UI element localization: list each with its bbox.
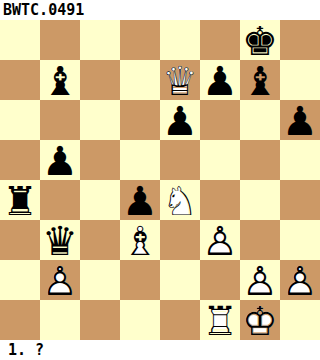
square-d6[interactable] <box>120 100 160 140</box>
piece-white-knight: ♘ <box>160 180 200 220</box>
piece-black-pawn: ♟ <box>280 100 320 140</box>
piece-white-knight-fill: ♞ <box>160 180 200 220</box>
square-a5[interactable] <box>0 140 40 180</box>
square-d7[interactable] <box>120 60 160 100</box>
square-g3[interactable] <box>240 220 280 260</box>
square-b8[interactable] <box>40 20 80 60</box>
square-c1[interactable] <box>80 300 120 340</box>
piece-white-pawn: ♙ <box>200 220 240 260</box>
square-e5[interactable] <box>160 140 200 180</box>
square-c2[interactable] <box>80 260 120 300</box>
piece-black-queen: ♛ <box>40 220 80 260</box>
piece-white-pawn-fill: ♟ <box>40 260 80 300</box>
square-g8[interactable]: ♚ <box>240 20 280 60</box>
piece-white-pawn: ♙ <box>240 260 280 300</box>
piece-white-pawn-fill: ♟ <box>200 220 240 260</box>
puzzle-title: BWTC.0491 <box>0 0 320 20</box>
square-e3[interactable] <box>160 220 200 260</box>
square-g5[interactable] <box>240 140 280 180</box>
piece-white-queen: ♕ <box>160 60 200 100</box>
square-h4[interactable] <box>280 180 320 220</box>
square-a8[interactable] <box>0 20 40 60</box>
piece-black-pawn: ♟ <box>160 100 200 140</box>
square-c4[interactable] <box>80 180 120 220</box>
square-b7[interactable]: ♝ <box>40 60 80 100</box>
square-a6[interactable] <box>0 100 40 140</box>
piece-white-rook-fill: ♜ <box>200 300 240 340</box>
square-f1[interactable]: ♜♖ <box>200 300 240 340</box>
piece-white-pawn-fill: ♟ <box>280 260 320 300</box>
square-f6[interactable] <box>200 100 240 140</box>
square-a7[interactable] <box>0 60 40 100</box>
square-b3[interactable]: ♛ <box>40 220 80 260</box>
square-h5[interactable] <box>280 140 320 180</box>
piece-black-bishop: ♝ <box>40 60 80 100</box>
square-h2[interactable]: ♟♙ <box>280 260 320 300</box>
square-g6[interactable] <box>240 100 280 140</box>
square-g1[interactable]: ♚♔ <box>240 300 280 340</box>
square-b6[interactable] <box>40 100 80 140</box>
piece-white-pawn-fill: ♟ <box>240 260 280 300</box>
square-e7[interactable]: ♛♕ <box>160 60 200 100</box>
square-d3[interactable]: ♝♗ <box>120 220 160 260</box>
piece-black-pawn: ♟ <box>120 180 160 220</box>
square-g2[interactable]: ♟♙ <box>240 260 280 300</box>
square-e2[interactable] <box>160 260 200 300</box>
square-h6[interactable]: ♟ <box>280 100 320 140</box>
square-h8[interactable] <box>280 20 320 60</box>
square-f4[interactable] <box>200 180 240 220</box>
square-d8[interactable] <box>120 20 160 60</box>
square-c7[interactable] <box>80 60 120 100</box>
square-a2[interactable] <box>0 260 40 300</box>
piece-white-king: ♔ <box>240 300 280 340</box>
square-a3[interactable] <box>0 220 40 260</box>
piece-white-rook: ♖ <box>200 300 240 340</box>
piece-white-king-fill: ♚ <box>240 300 280 340</box>
square-d4[interactable]: ♟ <box>120 180 160 220</box>
square-f8[interactable] <box>200 20 240 60</box>
square-c8[interactable] <box>80 20 120 60</box>
piece-white-bishop: ♗ <box>120 220 160 260</box>
square-d2[interactable] <box>120 260 160 300</box>
square-a1[interactable] <box>0 300 40 340</box>
piece-white-bishop-fill: ♝ <box>120 220 160 260</box>
square-f7[interactable]: ♟ <box>200 60 240 100</box>
chess-board: ♚♝♛♕♟♝♟♟♟♜♟♞♘♛♝♗♟♙♟♙♟♙♟♙♜♖♚♔ <box>0 20 320 340</box>
piece-white-pawn: ♙ <box>280 260 320 300</box>
square-b1[interactable] <box>40 300 80 340</box>
square-d5[interactable] <box>120 140 160 180</box>
square-e6[interactable]: ♟ <box>160 100 200 140</box>
square-g7[interactable]: ♝ <box>240 60 280 100</box>
piece-black-king: ♚ <box>240 20 280 60</box>
piece-black-rook: ♜ <box>0 180 40 220</box>
piece-black-pawn: ♟ <box>40 140 80 180</box>
square-f5[interactable] <box>200 140 240 180</box>
square-h3[interactable] <box>280 220 320 260</box>
square-c5[interactable] <box>80 140 120 180</box>
square-h1[interactable] <box>280 300 320 340</box>
square-b4[interactable] <box>40 180 80 220</box>
square-f3[interactable]: ♟♙ <box>200 220 240 260</box>
square-c6[interactable] <box>80 100 120 140</box>
square-e1[interactable] <box>160 300 200 340</box>
square-a4[interactable]: ♜ <box>0 180 40 220</box>
square-e8[interactable] <box>160 20 200 60</box>
square-e4[interactable]: ♞♘ <box>160 180 200 220</box>
piece-white-pawn: ♙ <box>40 260 80 300</box>
move-prompt: 1. ? <box>0 340 320 360</box>
square-g4[interactable] <box>240 180 280 220</box>
square-h7[interactable] <box>280 60 320 100</box>
square-d1[interactable] <box>120 300 160 340</box>
square-b5[interactable]: ♟ <box>40 140 80 180</box>
piece-black-bishop: ♝ <box>240 60 280 100</box>
square-b2[interactable]: ♟♙ <box>40 260 80 300</box>
piece-white-queen-fill: ♛ <box>160 60 200 100</box>
square-f2[interactable] <box>200 260 240 300</box>
square-c3[interactable] <box>80 220 120 260</box>
piece-black-pawn: ♟ <box>200 60 240 100</box>
